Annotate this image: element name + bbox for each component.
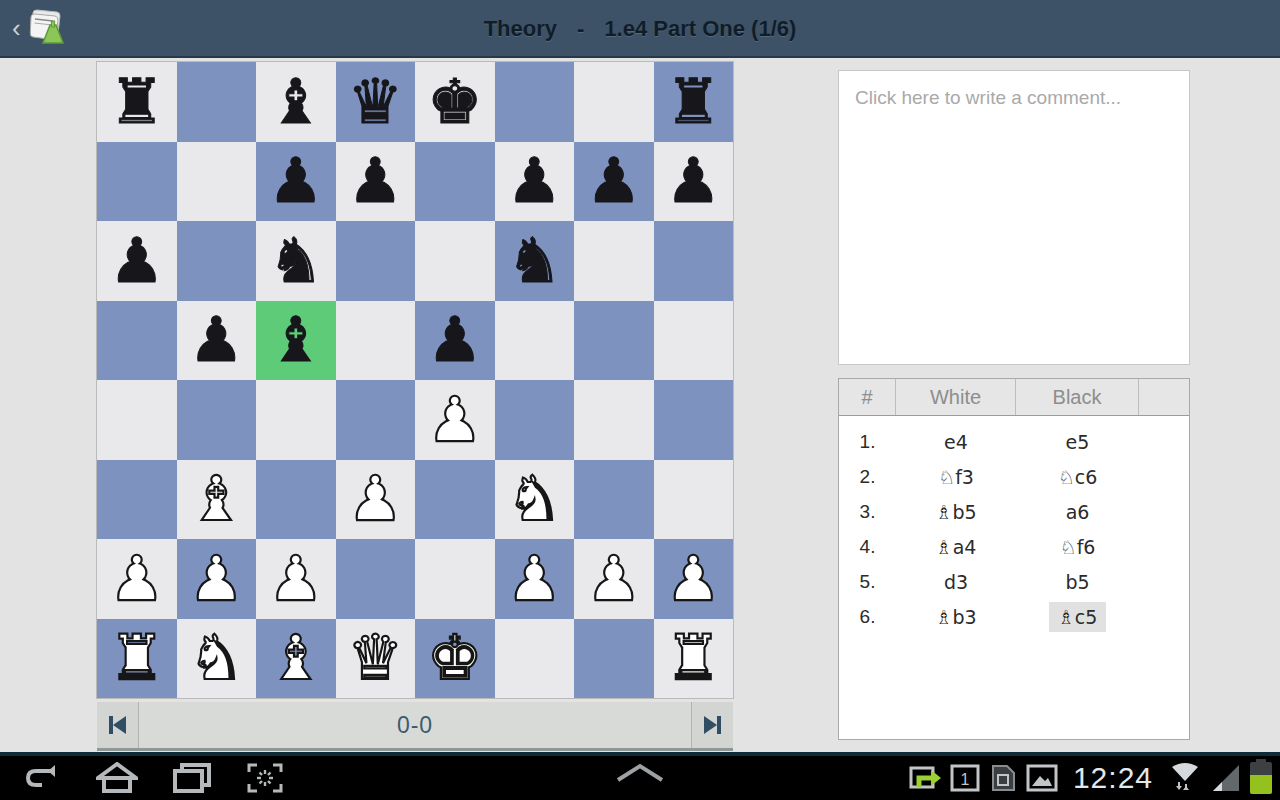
square-a8[interactable]: ♜: [97, 62, 177, 142]
piece-white-pawn: ♟: [188, 548, 244, 610]
square-f1[interactable]: [495, 619, 575, 699]
square-f5[interactable]: [495, 301, 575, 381]
square-c1[interactable]: ♝: [256, 619, 336, 699]
piece-white-knight: ♞: [188, 627, 244, 689]
piece-black-pawn: ♟: [586, 150, 642, 212]
back-chevron-icon[interactable]: ‹: [12, 15, 21, 41]
move-row-1: 1.e4e5: [839, 424, 1189, 459]
move-white-1[interactable]: e4: [896, 431, 1016, 453]
recent-apps-button[interactable]: [172, 762, 212, 794]
square-a3[interactable]: [97, 460, 177, 540]
square-h2[interactable]: ♟: [654, 539, 734, 619]
square-h7[interactable]: ♟: [654, 142, 734, 222]
title-right: 1.e4 Part One (1/6): [604, 16, 796, 42]
home-button[interactable]: [96, 762, 138, 794]
move-list-table: # White Black 1.e4e52.♘f3♘c63.♗b5a64.♗a4…: [838, 378, 1190, 740]
square-f6[interactable]: ♞: [495, 221, 575, 301]
square-e4[interactable]: ♟: [415, 380, 495, 460]
piece-white-pawn: ♟: [268, 548, 324, 610]
square-h1[interactable]: ♜: [654, 619, 734, 699]
move-black-6[interactable]: ♗c5: [1016, 606, 1139, 628]
square-d3[interactable]: ♟: [336, 460, 416, 540]
square-d4[interactable]: [336, 380, 416, 460]
move-navigation-bar: 0-0: [97, 702, 733, 751]
piece-black-rook: ♜: [665, 71, 721, 133]
clock: 12:24: [1073, 761, 1153, 795]
move-row-6: 6.♗b3♗c5: [839, 599, 1189, 634]
square-a4[interactable]: [97, 380, 177, 460]
square-g1[interactable]: [574, 619, 654, 699]
move-black-4[interactable]: ♘f6: [1016, 536, 1139, 558]
app-logo-icon[interactable]: [23, 7, 67, 49]
move-list-body: 1.e4e52.♘f3♘c63.♗b5a64.♗a4♘f65.d3b56.♗b3…: [839, 416, 1189, 634]
move-number: 6.: [839, 606, 896, 628]
square-g8[interactable]: [574, 62, 654, 142]
skip-start-icon: [109, 716, 126, 734]
piece-black-pawn: ♟: [427, 309, 483, 371]
square-e6[interactable]: [415, 221, 495, 301]
sim-card-notification-icon[interactable]: [989, 763, 1017, 793]
move-black-3[interactable]: a6: [1016, 501, 1139, 523]
square-f7[interactable]: ♟: [495, 142, 575, 222]
piece-white-pawn: ♟: [427, 389, 483, 451]
square-f8[interactable]: [495, 62, 575, 142]
battery-status-icon: [1250, 762, 1272, 794]
piece-black-king: ♚: [427, 71, 483, 133]
screenshot-button[interactable]: [246, 761, 284, 795]
top-app-bar: ‹ Theory - 1.e4 Part One (1/6): [0, 0, 1280, 58]
square-b4[interactable]: [177, 380, 257, 460]
header-white: White: [896, 379, 1016, 415]
square-d6[interactable]: [336, 221, 416, 301]
header-move-number: #: [839, 379, 896, 415]
piece-black-pawn: ♟: [268, 150, 324, 212]
piece-black-knight: ♞: [506, 230, 562, 292]
square-d7[interactable]: ♟: [336, 142, 416, 222]
piece-white-rook: ♜: [109, 627, 165, 689]
piece-black-queen: ♛: [347, 71, 403, 133]
piece-white-bishop: ♝: [268, 627, 324, 689]
move-row-5: 5.d3b5: [839, 564, 1189, 599]
move-number: 4.: [839, 536, 896, 558]
expand-tray-chevron[interactable]: [612, 762, 668, 784]
move-white-5[interactable]: d3: [896, 571, 1016, 593]
header-empty: [1139, 379, 1189, 415]
gallery-notification-icon[interactable]: [1026, 764, 1058, 792]
piece-black-knight: ♞: [268, 230, 324, 292]
square-d5[interactable]: [336, 301, 416, 381]
skip-to-end-button[interactable]: [692, 702, 733, 748]
piece-white-pawn: ♟: [665, 548, 721, 610]
square-a1[interactable]: ♜: [97, 619, 177, 699]
square-e8[interactable]: ♚: [415, 62, 495, 142]
title-separator: -: [577, 16, 584, 42]
piece-black-bishop: ♝: [268, 309, 324, 371]
move-white-4[interactable]: ♗a4: [896, 536, 1016, 558]
skip-end-icon: [704, 716, 721, 734]
square-h4[interactable]: [654, 380, 734, 460]
square-d2[interactable]: [336, 539, 416, 619]
signal-strength-icon: [1211, 763, 1241, 793]
square-c2[interactable]: ♟: [256, 539, 336, 619]
move-list-header: # White Black: [839, 379, 1189, 416]
square-a5[interactable]: [97, 301, 177, 381]
square-g7[interactable]: ♟: [574, 142, 654, 222]
move-number: 3.: [839, 501, 896, 523]
move-number: 2.: [839, 466, 896, 488]
square-b1[interactable]: ♞: [177, 619, 257, 699]
square-g4[interactable]: [574, 380, 654, 460]
piece-black-rook: ♜: [109, 71, 165, 133]
square-b2[interactable]: ♟: [177, 539, 257, 619]
castle-kingside-label: 0-0: [397, 712, 433, 739]
square-e2[interactable]: [415, 539, 495, 619]
piece-black-bishop: ♝: [268, 71, 324, 133]
piece-black-pawn: ♟: [665, 150, 721, 212]
square-b7[interactable]: [177, 142, 257, 222]
comment-placeholder: Click here to write a comment...: [855, 87, 1173, 109]
square-c5[interactable]: ♝: [256, 301, 336, 381]
page-title: Theory - 1.e4 Part One (1/6): [0, 0, 1280, 58]
piece-white-rook: ♜: [665, 627, 721, 689]
square-g5[interactable]: [574, 301, 654, 381]
move-black-5[interactable]: b5: [1016, 571, 1139, 593]
square-c7[interactable]: ♟: [256, 142, 336, 222]
wifi-status-icon: [1168, 761, 1202, 795]
piece-white-pawn: ♟: [506, 548, 562, 610]
castle-kingside-button[interactable]: 0-0: [138, 702, 692, 748]
square-a2[interactable]: ♟: [97, 539, 177, 619]
square-e5[interactable]: ♟: [415, 301, 495, 381]
square-f2[interactable]: ♟: [495, 539, 575, 619]
square-b5[interactable]: ♟: [177, 301, 257, 381]
square-c4[interactable]: [256, 380, 336, 460]
square-g3[interactable]: [574, 460, 654, 540]
move-row-2: 2.♘f3♘c6: [839, 459, 1189, 494]
chess-board[interactable]: ♜♝♛♚♜♟♟♟♟♟♟♞♞♟♝♟♟♝♟♞♟♟♟♟♟♟♜♞♝♛♚♜: [97, 62, 733, 698]
move-black-2[interactable]: ♘c6: [1016, 466, 1139, 488]
piece-black-pawn: ♟: [347, 150, 403, 212]
android-system-bar: 1 12:24: [0, 752, 1280, 800]
square-g6[interactable]: [574, 221, 654, 301]
piece-white-king: ♚: [427, 627, 483, 689]
title-left: Theory: [484, 16, 557, 42]
move-white-3[interactable]: ♗b5: [896, 501, 1016, 523]
piece-white-bishop: ♝: [188, 468, 244, 530]
piece-black-pawn: ♟: [506, 150, 562, 212]
piece-white-pawn: ♟: [109, 548, 165, 610]
move-row-3: 3.♗b5a6: [839, 494, 1189, 529]
piece-black-pawn: ♟: [109, 230, 165, 292]
square-a6[interactable]: ♟: [97, 221, 177, 301]
calendar-notification-icon[interactable]: 1: [950, 763, 980, 793]
comment-input[interactable]: Click here to write a comment...: [838, 70, 1190, 365]
square-b3[interactable]: ♝: [177, 460, 257, 540]
square-f4[interactable]: [495, 380, 575, 460]
move-black-1[interactable]: e5: [1016, 431, 1139, 453]
screen-capture-notification-icon[interactable]: [909, 763, 941, 793]
skip-to-start-button[interactable]: [97, 702, 138, 748]
square-b8[interactable]: [177, 62, 257, 142]
square-h3[interactable]: [654, 460, 734, 540]
svg-text:1: 1: [960, 771, 969, 788]
square-f3[interactable]: ♞: [495, 460, 575, 540]
header-black: Black: [1016, 379, 1139, 415]
move-row-4: 4.♗a4♘f6: [839, 529, 1189, 564]
square-b6[interactable]: [177, 221, 257, 301]
piece-white-pawn: ♟: [586, 548, 642, 610]
square-h8[interactable]: ♜: [654, 62, 734, 142]
square-e7[interactable]: [415, 142, 495, 222]
square-g2[interactable]: ♟: [574, 539, 654, 619]
square-c3[interactable]: [256, 460, 336, 540]
square-e3[interactable]: [415, 460, 495, 540]
piece-black-pawn: ♟: [188, 309, 244, 371]
square-h6[interactable]: [654, 221, 734, 301]
move-number: 5.: [839, 571, 896, 593]
back-button[interactable]: [22, 763, 62, 793]
square-d8[interactable]: ♛: [336, 62, 416, 142]
move-number: 1.: [839, 431, 896, 453]
square-h5[interactable]: [654, 301, 734, 381]
square-c8[interactable]: ♝: [256, 62, 336, 142]
piece-white-knight: ♞: [506, 468, 562, 530]
square-e1[interactable]: ♚: [415, 619, 495, 699]
move-white-2[interactable]: ♘f3: [896, 466, 1016, 488]
piece-white-queen: ♛: [347, 627, 403, 689]
piece-white-pawn: ♟: [347, 468, 403, 530]
square-d1[interactable]: ♛: [336, 619, 416, 699]
square-c6[interactable]: ♞: [256, 221, 336, 301]
move-white-6[interactable]: ♗b3: [896, 606, 1016, 628]
square-a7[interactable]: [97, 142, 177, 222]
